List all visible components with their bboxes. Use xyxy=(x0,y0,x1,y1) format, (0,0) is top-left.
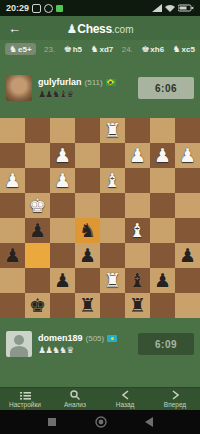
square-a1[interactable] xyxy=(175,118,200,143)
square-b3[interactable] xyxy=(150,168,175,193)
square-e3[interactable] xyxy=(75,168,100,193)
back-arrow-icon[interactable]: ← xyxy=(8,21,28,36)
square-e2[interactable] xyxy=(75,143,100,168)
recents-icon[interactable] xyxy=(47,417,57,427)
white-king-g4: ♚ xyxy=(25,193,50,218)
knight-figurine-icon: ♞ xyxy=(90,44,98,54)
square-a6[interactable]: ♟ xyxy=(175,243,200,268)
spacer xyxy=(0,370,200,387)
clock-top: 6:06 xyxy=(138,77,194,99)
square-e5[interactable]: ♞ xyxy=(75,218,100,243)
black-pawn-a6: ♟ xyxy=(175,243,200,268)
square-g5[interactable]: ♟ xyxy=(25,218,50,243)
white-bishop-d3: ♝ xyxy=(100,168,125,193)
alarm-icon xyxy=(44,4,53,13)
square-h7[interactable] xyxy=(0,268,25,293)
white-pawn-c2: ♟ xyxy=(125,143,150,168)
square-a7[interactable] xyxy=(175,268,200,293)
black-pawn-f7: ♟ xyxy=(50,268,75,293)
move-kxh6[interactable]: ♚xh6 xyxy=(141,44,164,54)
square-e8[interactable]: ♜ xyxy=(75,293,100,318)
pawn-logo-icon: ♟ xyxy=(67,22,78,36)
knight-figurine-icon: ♞ xyxy=(9,44,17,54)
notification-icon xyxy=(56,5,63,12)
square-b4[interactable] xyxy=(150,193,175,218)
square-c1[interactable] xyxy=(125,118,150,143)
black-rook-e8: ♜ xyxy=(75,293,100,318)
analysis-label: Анализ xyxy=(64,401,86,408)
move-back-button[interactable]: Назад xyxy=(100,388,150,410)
app-header: ← ♟Chess.com xyxy=(0,16,200,40)
white-rook-d1: ♜ xyxy=(100,118,125,143)
square-b8[interactable] xyxy=(150,293,175,318)
black-pawn-g5: ♟ xyxy=(25,218,50,243)
square-e7[interactable] xyxy=(75,268,100,293)
back-label: Назад xyxy=(116,401,135,408)
move-kh5[interactable]: ♚h5 xyxy=(64,44,82,54)
square-f3[interactable]: ♟ xyxy=(50,168,75,193)
chevron-left-icon xyxy=(122,390,129,400)
square-c4[interactable] xyxy=(125,193,150,218)
home-icon[interactable] xyxy=(95,416,107,428)
white-pawn-a2: ♟ xyxy=(175,143,200,168)
captured-pieces-top: ♟♟♞♝♛ xyxy=(38,89,116,99)
square-f1[interactable] xyxy=(50,118,75,143)
black-king-g8: ♚ xyxy=(25,293,50,318)
square-f5[interactable] xyxy=(50,218,75,243)
square-h8[interactable] xyxy=(0,293,25,318)
logo-text: Chess xyxy=(77,22,112,36)
player-rating-bottom: (505) xyxy=(86,334,105,343)
square-h2[interactable] xyxy=(0,143,25,168)
square-c2[interactable]: ♟ xyxy=(125,143,150,168)
square-g1[interactable] xyxy=(25,118,50,143)
square-e4[interactable] xyxy=(75,193,100,218)
battery-icon xyxy=(178,4,194,12)
square-h5[interactable] xyxy=(0,218,25,243)
square-b6[interactable] xyxy=(150,243,175,268)
square-h6[interactable]: ♟ xyxy=(0,243,25,268)
chevron-right-icon xyxy=(172,390,179,400)
clock-time: 20:29 xyxy=(6,3,29,13)
white-pawn-b2: ♟ xyxy=(150,143,175,168)
square-c8[interactable]: ♜ xyxy=(125,293,150,318)
move-forward-button[interactable]: Вперед xyxy=(150,388,200,410)
player-name-bottom[interactable]: domen189 xyxy=(38,333,83,343)
white-bishop-c5: ♝ xyxy=(125,218,150,243)
square-a8[interactable] xyxy=(175,293,200,318)
chess-app-screen: 20:29 ← ♟Chess.com ♞e5+23.♚h5♞xd724.♚xh6… xyxy=(0,0,200,434)
square-e6[interactable]: ♟ xyxy=(75,243,100,268)
white-pawn-f3: ♟ xyxy=(50,168,75,193)
square-h1[interactable] xyxy=(0,118,25,143)
square-b1[interactable] xyxy=(150,118,175,143)
chess-board: ♜♟♟♟♟♟♟♝♚♟♞♝♟♟♟♟♜♝♟♚♜♜ xyxy=(0,118,200,318)
captured-pieces-bottom: ♟♟♞♞♛ xyxy=(38,345,117,355)
black-pawn-e6: ♟ xyxy=(75,243,100,268)
player-row-bottom: domen189 (505) ♟♟♞♞♛ 6:09 xyxy=(0,318,200,370)
square-f2[interactable]: ♟ xyxy=(50,143,75,168)
square-f7[interactable]: ♟ xyxy=(50,268,75,293)
move-list: ♞e5+23.♚h5♞xd724.♚xh6♞xc5 xyxy=(0,40,200,58)
move-nxc5[interactable]: ♞xc5 xyxy=(173,44,195,54)
square-a3[interactable] xyxy=(175,168,200,193)
square-f8[interactable] xyxy=(50,293,75,318)
square-h3[interactable]: ♟ xyxy=(0,168,25,193)
clock-bottom: 6:09 xyxy=(138,333,194,355)
flag-kazakhstan-icon xyxy=(107,335,117,342)
square-a5[interactable] xyxy=(175,218,200,243)
move-ne5[interactable]: ♞e5+ xyxy=(5,43,36,55)
watch-icon xyxy=(32,4,41,13)
wifi-icon xyxy=(165,4,175,12)
square-a2[interactable]: ♟ xyxy=(175,143,200,168)
logo-suffix: .com xyxy=(112,24,134,35)
square-c5[interactable]: ♝ xyxy=(125,218,150,243)
knight-figurine-icon: ♞ xyxy=(173,44,181,54)
black-pawn-h6: ♟ xyxy=(0,243,25,268)
avatar-bottom[interactable] xyxy=(6,331,32,357)
square-c6[interactable] xyxy=(125,243,150,268)
analysis-button[interactable]: Анализ xyxy=(50,388,100,410)
avatar-top[interactable] xyxy=(6,75,32,101)
player-name-top[interactable]: gulyfurlan xyxy=(38,77,82,87)
square-d5[interactable] xyxy=(100,218,125,243)
square-d8[interactable] xyxy=(100,293,125,318)
square-g8[interactable]: ♚ xyxy=(25,293,50,318)
flag-brazil-icon xyxy=(106,79,116,86)
bottom-toolbar: Настройки Анализ Назад Вперед xyxy=(0,387,200,410)
android-back-icon[interactable] xyxy=(145,417,154,427)
status-bar: 20:29 xyxy=(0,0,200,16)
king-figurine-icon: ♚ xyxy=(64,44,72,54)
black-pawn-b7: ♟ xyxy=(150,268,175,293)
move-number: 23. xyxy=(44,45,55,54)
magnifier-icon xyxy=(70,390,80,400)
square-e1[interactable] xyxy=(75,118,100,143)
square-g3[interactable] xyxy=(25,168,50,193)
square-d6[interactable] xyxy=(100,243,125,268)
android-nav-bar xyxy=(0,410,200,434)
captured-black-queen-icon: ♛ xyxy=(66,89,73,99)
square-g4[interactable]: ♚ xyxy=(25,193,50,218)
black-rook-c8: ♜ xyxy=(125,293,150,318)
square-d7[interactable]: ♜ xyxy=(100,268,125,293)
move-number: 24. xyxy=(122,45,133,54)
square-b7[interactable]: ♟ xyxy=(150,268,175,293)
chesscom-logo: ♟Chess.com xyxy=(0,19,200,37)
square-f4[interactable] xyxy=(50,193,75,218)
forward-label: Вперед xyxy=(164,401,186,408)
player-row-top: gulyfurlan (511) ♟♟♞♝♛ 6:06 xyxy=(0,58,200,118)
square-b5[interactable] xyxy=(150,218,175,243)
move-nxd7[interactable]: ♞xd7 xyxy=(90,44,113,54)
square-d2[interactable] xyxy=(100,143,125,168)
white-pawn-f2: ♟ xyxy=(50,143,75,168)
settings-button[interactable]: Настройки xyxy=(0,388,50,410)
square-d1[interactable]: ♜ xyxy=(100,118,125,143)
square-g2[interactable] xyxy=(25,143,50,168)
white-rook-d7: ♜ xyxy=(100,268,125,293)
black-bishop-c7: ♝ xyxy=(125,268,150,293)
black-knight-e5: ♞ xyxy=(75,218,100,243)
square-h4[interactable] xyxy=(0,193,25,218)
square-a4[interactable] xyxy=(175,193,200,218)
square-c3[interactable] xyxy=(125,168,150,193)
player-rating-top: (511) xyxy=(85,78,103,87)
settings-label: Настройки xyxy=(9,401,41,408)
square-c7[interactable]: ♝ xyxy=(125,268,150,293)
king-figurine-icon: ♚ xyxy=(141,44,149,54)
square-f6[interactable] xyxy=(50,243,75,268)
signal-icon xyxy=(152,4,162,12)
square-d4[interactable] xyxy=(100,193,125,218)
white-pawn-h3: ♟ xyxy=(0,168,25,193)
square-g7[interactable] xyxy=(25,268,50,293)
settings-list-icon xyxy=(20,391,31,400)
square-d3[interactable]: ♝ xyxy=(100,168,125,193)
square-b2[interactable]: ♟ xyxy=(150,143,175,168)
square-g6[interactable] xyxy=(25,243,50,268)
captured-white-queen-icon: ♛ xyxy=(66,345,73,355)
